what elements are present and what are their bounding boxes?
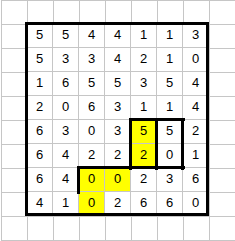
puzzle-cell-r3c7[interactable]: 4 (183, 72, 209, 96)
puzzle-cell-r4c5[interactable]: 1 (131, 96, 157, 120)
puzzle-cell-r2c4[interactable]: 4 (105, 48, 131, 72)
spreadsheet-cell[interactable] (209, 120, 235, 144)
spreadsheet-cell[interactable] (1, 144, 27, 168)
puzzle-cell-r4c2[interactable]: 0 (53, 96, 79, 120)
spreadsheet-cell[interactable] (53, 0, 79, 24)
spreadsheet-cell[interactable] (1, 120, 27, 144)
puzzle-cell-r8c6[interactable]: 6 (157, 192, 183, 216)
puzzle-cell-r3c2[interactable]: 6 (53, 72, 79, 96)
spreadsheet-cell[interactable] (79, 0, 105, 24)
spreadsheet-cell[interactable] (183, 216, 209, 240)
spreadsheet-cell[interactable] (1, 192, 27, 216)
puzzle-cell-r5c7[interactable]: 2 (183, 120, 209, 144)
spreadsheet-cell[interactable] (209, 48, 235, 72)
spreadsheet-cell[interactable] (1, 96, 27, 120)
puzzle-cell-r5c3[interactable]: 0 (79, 120, 105, 144)
spreadsheet-cell[interactable] (79, 216, 105, 240)
spreadsheet-cell[interactable] (53, 216, 79, 240)
puzzle-cell-r8c7[interactable]: 0 (183, 192, 209, 216)
spreadsheet-cell[interactable] (1, 168, 27, 192)
spreadsheet-cell[interactable] (27, 0, 53, 24)
spreadsheet-cell[interactable] (209, 0, 235, 24)
puzzle-cell-r2c1[interactable]: 5 (27, 48, 53, 72)
puzzle-cell-r1c7[interactable]: 3 (183, 24, 209, 48)
puzzle-cell-r7c5[interactable]: 2 (131, 168, 157, 192)
puzzle-cell-r8c5[interactable]: 6 (131, 192, 157, 216)
puzzle-cell-r8c2[interactable]: 1 (53, 192, 79, 216)
puzzle-cell-r6c7[interactable]: 1 (183, 144, 209, 168)
spreadsheet-cell[interactable] (1, 216, 27, 240)
puzzle-cell-r5c2[interactable]: 3 (53, 120, 79, 144)
puzzle-cell-r8c1[interactable]: 4 (27, 192, 53, 216)
spreadsheet-cell[interactable] (209, 96, 235, 120)
puzzle-cell-r7c7[interactable]: 6 (183, 168, 209, 192)
spreadsheet-cell[interactable] (1, 0, 27, 24)
spreadsheet-cell[interactable] (27, 216, 53, 240)
puzzle-cell-r5c1[interactable]: 6 (27, 120, 53, 144)
puzzle-cell-r1c3[interactable]: 4 (79, 24, 105, 48)
puzzle-cell-r4c6[interactable]: 1 (157, 96, 183, 120)
puzzle-cell-r2c5[interactable]: 2 (131, 48, 157, 72)
puzzle-cell-r6c3[interactable]: 2 (79, 144, 105, 168)
spreadsheet-cell[interactable] (1, 72, 27, 96)
puzzle-board: 5544113533421016553542063114630355264222… (27, 24, 209, 216)
puzzle-cell-r1c2[interactable]: 5 (53, 24, 79, 48)
puzzle-cell-r3c6[interactable]: 5 (157, 72, 183, 96)
puzzle-cell-r1c6[interactable]: 1 (157, 24, 183, 48)
spreadsheet-cell[interactable] (157, 216, 183, 240)
puzzle-cell-r4c1[interactable]: 2 (27, 96, 53, 120)
puzzle-cell-r6c1[interactable]: 6 (27, 144, 53, 168)
puzzle-cell-r7c1[interactable]: 6 (27, 168, 53, 192)
puzzle-cell-r7c3[interactable]: 0 (79, 168, 105, 192)
spreadsheet-cell[interactable] (1, 48, 27, 72)
puzzle-cell-r6c4[interactable]: 2 (105, 144, 131, 168)
spreadsheet-cell[interactable] (209, 168, 235, 192)
puzzle-grid: 5544113533421016553542063114630355264222… (27, 24, 209, 216)
spreadsheet-cell[interactable] (157, 0, 183, 24)
spreadsheet-cell[interactable] (209, 192, 235, 216)
puzzle-cell-r7c2[interactable]: 4 (53, 168, 79, 192)
spreadsheet-cell[interactable] (183, 0, 209, 24)
puzzle-cell-r2c3[interactable]: 3 (79, 48, 105, 72)
puzzle-cell-r6c2[interactable]: 4 (53, 144, 79, 168)
spreadsheet-cell[interactable] (131, 216, 157, 240)
puzzle-cell-r8c3[interactable]: 0 (79, 192, 105, 216)
puzzle-cell-r4c3[interactable]: 6 (79, 96, 105, 120)
spreadsheet-cell[interactable] (131, 0, 157, 24)
puzzle-cell-r8c4[interactable]: 2 (105, 192, 131, 216)
puzzle-cell-r3c1[interactable]: 1 (27, 72, 53, 96)
puzzle-cell-r5c6[interactable]: 5 (157, 120, 183, 144)
spreadsheet-canvas: 5544113533421016553542063114630355264222… (0, 0, 235, 241)
puzzle-cell-r6c6[interactable]: 0 (157, 144, 183, 168)
puzzle-cell-r5c5[interactable]: 5 (131, 120, 157, 144)
puzzle-cell-r1c4[interactable]: 4 (105, 24, 131, 48)
spreadsheet-cell[interactable] (105, 216, 131, 240)
puzzle-cell-r7c4[interactable]: 0 (105, 168, 131, 192)
spreadsheet-cell[interactable] (209, 72, 235, 96)
puzzle-cell-r1c1[interactable]: 5 (27, 24, 53, 48)
puzzle-cell-r3c5[interactable]: 3 (131, 72, 157, 96)
puzzle-cell-r2c6[interactable]: 1 (157, 48, 183, 72)
spreadsheet-cell[interactable] (105, 0, 131, 24)
puzzle-cell-r6c5[interactable]: 2 (131, 144, 157, 168)
puzzle-cell-r2c2[interactable]: 3 (53, 48, 79, 72)
puzzle-cell-r4c4[interactable]: 3 (105, 96, 131, 120)
spreadsheet-cell[interactable] (209, 144, 235, 168)
puzzle-cell-r2c7[interactable]: 0 (183, 48, 209, 72)
puzzle-cell-r4c7[interactable]: 4 (183, 96, 209, 120)
puzzle-cell-r7c6[interactable]: 3 (157, 168, 183, 192)
spreadsheet-cell[interactable] (209, 24, 235, 48)
puzzle-cell-r3c3[interactable]: 5 (79, 72, 105, 96)
puzzle-cell-r3c4[interactable]: 5 (105, 72, 131, 96)
spreadsheet-cell[interactable] (209, 216, 235, 240)
spreadsheet-cell[interactable] (1, 24, 27, 48)
puzzle-cell-r1c5[interactable]: 1 (131, 24, 157, 48)
puzzle-cell-r5c4[interactable]: 3 (105, 120, 131, 144)
